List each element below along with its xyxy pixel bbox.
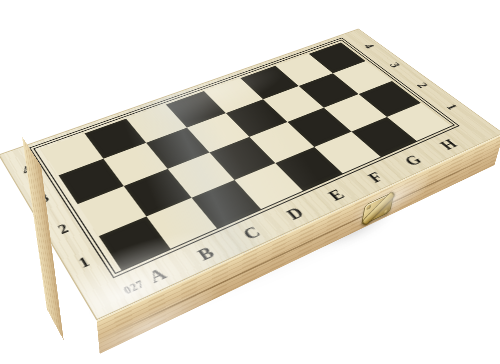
- rank-label: 3: [385, 62, 401, 70]
- file-label: A: [144, 264, 170, 288]
- perspective-stage: ABCDEFGH 4321 4321 027: [0, 0, 500, 364]
- file-label: E: [324, 186, 349, 205]
- rank-label: 1: [76, 255, 93, 272]
- file-label: B: [193, 243, 218, 265]
- rank-label: 2: [413, 82, 430, 90]
- file-label: H: [435, 136, 461, 153]
- file-label: C: [239, 222, 265, 243]
- file-label: F: [364, 169, 388, 187]
- rank-label: 2: [56, 222, 72, 238]
- rank-label: 1: [442, 103, 459, 112]
- file-label: G: [400, 152, 426, 170]
- file-label: D: [282, 203, 308, 223]
- rank-label: 4: [360, 43, 376, 50]
- product-photo-scene: ABCDEFGH 4321 4321 027: [0, 0, 500, 364]
- folded-chess-box: ABCDEFGH 4321 4321 027: [1, 43, 499, 337]
